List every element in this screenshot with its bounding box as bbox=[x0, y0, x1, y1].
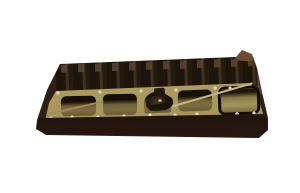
truck-tailgate bbox=[0, 0, 300, 193]
rivet-dots bbox=[0, 0, 300, 193]
photo-canvas bbox=[0, 0, 300, 193]
